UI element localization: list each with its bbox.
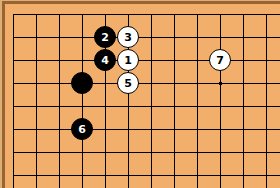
grid-line-vertical	[243, 14, 244, 188]
grid-line-vertical	[174, 14, 175, 188]
grid-line-horizontal	[13, 106, 280, 107]
move-number-label: 2	[101, 32, 109, 43]
stone-black-2: 2	[94, 26, 116, 48]
grid-line-horizontal	[13, 129, 280, 130]
grid-line-vertical	[220, 14, 221, 188]
grid-line-horizontal	[13, 175, 280, 176]
stone-black-4: 4	[94, 49, 116, 71]
grid-line-vertical	[59, 14, 60, 188]
grid-line-vertical	[82, 14, 83, 188]
grid-line-horizontal	[13, 83, 280, 84]
board-frame-left-shadow	[2, 1, 5, 188]
move-number-label: 1	[124, 55, 132, 66]
stone-white-5: 5	[117, 72, 139, 94]
stone-white-7: 7	[209, 49, 231, 71]
move-number-label: 5	[124, 78, 132, 89]
grid-line-horizontal	[13, 14, 280, 15]
move-number-label: 6	[78, 124, 86, 135]
stone-black-plain	[71, 72, 93, 94]
grid-line-horizontal	[13, 37, 280, 38]
grid-line-horizontal	[13, 60, 280, 61]
go-board-diagram: 2341567	[0, 0, 280, 188]
stone-white-1: 1	[117, 49, 139, 71]
stone-white-3: 3	[117, 26, 139, 48]
move-number-label: 4	[101, 55, 109, 66]
move-number-label: 7	[216, 55, 224, 66]
grid-line-vertical	[266, 14, 267, 188]
grid-line-vertical	[197, 14, 198, 188]
grid-line-vertical	[13, 14, 14, 188]
grid-line-vertical	[36, 14, 37, 188]
grid-line-vertical	[151, 14, 152, 188]
move-number-label: 3	[124, 32, 132, 43]
stone-black-6: 6	[71, 118, 93, 140]
star-point-marker	[219, 82, 222, 85]
board-frame-top-shadow	[0, 1, 280, 4]
grid-line-horizontal	[13, 152, 280, 153]
